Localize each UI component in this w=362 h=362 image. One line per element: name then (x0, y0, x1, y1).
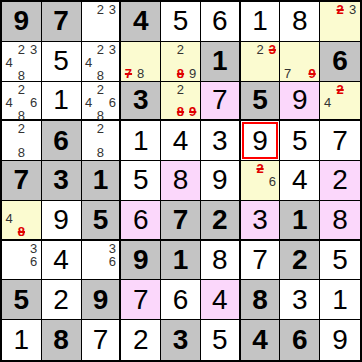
cell-r3c6[interactable]: 7 (201, 82, 241, 122)
candidate: 2 (254, 43, 266, 56)
pencil-marks: 24 (321, 83, 359, 119)
cell-r2c1[interactable]: 2348 (2, 42, 42, 82)
cell-r5c5[interactable]: 8 (161, 161, 201, 201)
cell-r4c2[interactable]: 6 (42, 121, 82, 161)
solved-digit: 2 (133, 326, 149, 354)
given-digit: 5 (14, 286, 30, 314)
cell-r6c9[interactable]: 8 (320, 201, 360, 241)
solved-digit: 8 (173, 166, 189, 194)
cell-r4c5[interactable]: 4 (161, 121, 201, 161)
pencil-marks: 23 (321, 3, 359, 40)
solved-digit: 3 (212, 127, 228, 155)
candidate: 8 (15, 109, 27, 122)
given-digit: 7 (53, 7, 69, 35)
eliminated-candidate: 7 (122, 67, 134, 80)
given-digit: 4 (252, 326, 268, 354)
cell-r1c6[interactable]: 6 (201, 2, 241, 42)
given-digit: 8 (53, 326, 69, 354)
cell-r1c1[interactable]: 9 (2, 2, 42, 42)
solved-digit: 4 (173, 127, 189, 155)
cell-r7c1[interactable]: 36 (2, 241, 42, 281)
cell-r8c9[interactable]: 1 (320, 280, 360, 320)
cell-r8c4[interactable]: 7 (121, 280, 161, 320)
pencil-marks: 23 (242, 43, 279, 80)
candidate: 4 (3, 212, 15, 225)
candidate: 3 (106, 3, 118, 16)
solved-digit: 6 (173, 286, 189, 314)
solved-digit: 2 (332, 166, 348, 194)
cell-r2c6[interactable]: 1 (201, 42, 241, 82)
cell-r5c3[interactable]: 1 (82, 161, 122, 201)
cell-r5c8[interactable]: 4 (280, 161, 320, 201)
cell-r8c6[interactable]: 4 (201, 280, 241, 320)
pencil-marks: 23 (83, 3, 119, 40)
cell-r2c5[interactable]: 289 (161, 42, 201, 82)
cell-r9c4[interactable]: 2 (121, 320, 161, 360)
pencil-marks: 26 (242, 162, 279, 199)
solved-digit: 9 (332, 326, 348, 354)
candidate: 4 (321, 96, 334, 109)
cell-r3c2[interactable]: 1 (42, 82, 82, 122)
solved-digit: 3 (292, 286, 308, 314)
given-digit: 9 (14, 7, 30, 35)
solved-digit: 4 (53, 246, 69, 274)
given-digit: 1 (173, 246, 189, 274)
cell-r6c6[interactable]: 2 (201, 201, 241, 241)
given-digit: 2 (212, 206, 228, 234)
eliminated-candidate: 9 (306, 67, 318, 80)
eliminated-candidate: 8 (174, 105, 186, 118)
candidate: 4 (83, 56, 95, 69)
cell-r6c1[interactable]: 48 (2, 201, 42, 241)
pencil-marks: 2348 (3, 43, 40, 80)
cell-r1c4[interactable]: 4 (121, 2, 161, 42)
cell-r7c5[interactable]: 1 (161, 241, 201, 281)
cell-r7c2[interactable]: 4 (42, 241, 82, 281)
given-digit: 4 (133, 7, 149, 35)
given-digit: 3 (133, 86, 149, 114)
given-digit: 2 (292, 246, 308, 274)
solved-digit: 5 (173, 7, 189, 35)
solved-digit: 9 (212, 166, 228, 194)
cell-r6c3[interactable]: 5 (82, 201, 122, 241)
solved-digit: 8 (212, 246, 228, 274)
candidate: 6 (28, 96, 40, 109)
solved-digit: 9 (292, 86, 308, 114)
solved-digit: 6 (212, 7, 228, 35)
cell-r2c8[interactable]: 79 (280, 42, 320, 82)
candidate: 8 (94, 146, 106, 159)
eliminated-candidate: 2 (334, 3, 347, 16)
cell-r7c4[interactable]: 9 (121, 241, 161, 281)
cell-r7c8[interactable]: 2 (280, 241, 320, 281)
solved-digit: 1 (252, 7, 268, 35)
solved-digit: 5 (332, 246, 348, 274)
solved-digit: 7 (212, 86, 228, 114)
cell-r4c3[interactable]: 28 (82, 121, 122, 161)
cell-r7c3[interactable]: 36 (82, 241, 122, 281)
candidate: 2 (174, 83, 186, 96)
eliminated-candidate: 2 (334, 83, 347, 96)
solved-digit: 8 (332, 206, 348, 234)
cell-r2c7[interactable]: 23 (241, 42, 281, 82)
cell-r5c2[interactable]: 3 (42, 161, 82, 201)
candidate: 3 (106, 43, 118, 56)
solved-digit: 1 (14, 326, 30, 354)
given-digit: 6 (332, 47, 348, 75)
given-digit: 7 (173, 206, 189, 234)
cell-r6c2[interactable]: 9 (42, 201, 82, 241)
eliminated-candidate: 8 (174, 67, 186, 80)
cell-r3c7[interactable]: 5 (241, 82, 281, 122)
given-digit: 3 (53, 166, 69, 194)
cell-r4c1[interactable]: 28 (2, 121, 42, 161)
solved-digit: 7 (252, 246, 268, 274)
cell-r3c5[interactable]: 289 (161, 82, 201, 122)
candidate: 8 (15, 146, 27, 159)
candidate: 2 (94, 122, 106, 135)
given-digit: 5 (252, 86, 268, 114)
eliminated-candidate: 8 (15, 225, 27, 238)
solved-digit: 9 (252, 127, 268, 155)
pencil-marks: 48 (3, 202, 40, 238)
cell-r8c8[interactable]: 3 (280, 280, 320, 320)
solved-digit: 5 (53, 47, 69, 75)
given-digit: 3 (173, 326, 189, 354)
cell-r7c9[interactable]: 5 (320, 241, 360, 281)
solved-digit: 7 (332, 127, 348, 155)
given-digit: 1 (212, 47, 228, 75)
cell-r8c3[interactable]: 9 (82, 280, 122, 320)
candidate: 2 (94, 3, 106, 16)
pencil-marks: 28 (83, 122, 119, 159)
cell-r4c7[interactable]: 9 (241, 121, 281, 161)
solved-digit: 9 (53, 206, 69, 234)
cell-r9c5[interactable]: 3 (161, 320, 201, 360)
cell-r3c4[interactable]: 3 (121, 82, 161, 122)
candidate: 6 (106, 255, 118, 268)
candidate: 8 (15, 69, 27, 82)
solved-digit: 1 (53, 86, 69, 114)
solved-digit: 7 (133, 286, 149, 314)
cell-r9c3[interactable]: 7 (82, 320, 122, 360)
cell-r7c6[interactable]: 8 (201, 241, 241, 281)
cell-r3c9[interactable]: 24 (320, 82, 360, 122)
cell-r8c1[interactable]: 5 (2, 280, 42, 320)
pencil-marks: 79 (281, 43, 318, 80)
given-digit: 6 (292, 326, 308, 354)
solved-digit: 3 (252, 206, 268, 234)
candidate: 6 (106, 96, 118, 109)
eliminated-candidate: 3 (266, 43, 278, 56)
candidate: 4 (83, 96, 95, 109)
cell-r5c7[interactable]: 26 (241, 161, 281, 201)
solved-digit: 8 (292, 7, 308, 35)
candidate: 3 (28, 43, 40, 56)
solved-digit: 1 (332, 286, 348, 314)
given-digit: 1 (292, 206, 308, 234)
cell-r2c2[interactable]: 5 (42, 42, 82, 82)
pencil-marks: 28 (3, 122, 40, 159)
cell-r9c7[interactable]: 4 (241, 320, 281, 360)
cell-r4c8[interactable]: 5 (280, 121, 320, 161)
solved-digit: 4 (212, 286, 228, 314)
cell-r9c9[interactable]: 9 (320, 320, 360, 360)
solved-digit: 2 (53, 286, 69, 314)
cell-r3c1[interactable]: 2468 (2, 82, 42, 122)
solved-digit: 6 (133, 206, 149, 234)
pencil-marks: 78 (122, 43, 159, 80)
candidate: 4 (3, 56, 15, 69)
cell-r6c8[interactable]: 1 (280, 201, 320, 241)
cell-r6c7[interactable]: 3 (241, 201, 281, 241)
solved-digit: 5 (292, 127, 308, 155)
eliminated-candidate: 9 (187, 105, 199, 118)
pencil-marks: 2348 (83, 43, 119, 80)
candidate: 6 (266, 175, 278, 188)
candidate: 6 (28, 255, 40, 268)
pencil-marks: 2468 (83, 83, 119, 119)
cell-r5c4[interactable]: 5 (121, 161, 161, 201)
cell-r5c9[interactable]: 2 (320, 161, 360, 201)
cell-r2c3[interactable]: 2348 (82, 42, 122, 82)
candidate: 8 (135, 67, 147, 80)
cell-r4c9[interactable]: 7 (320, 121, 360, 161)
candidate: 8 (94, 109, 106, 122)
given-digit: 6 (53, 127, 69, 155)
solved-digit: 4 (292, 166, 308, 194)
cell-r9c8[interactable]: 6 (280, 320, 320, 360)
cell-r1c2[interactable]: 7 (42, 2, 82, 42)
cell-r3c8[interactable]: 9 (280, 82, 320, 122)
solved-digit: 1 (133, 127, 149, 155)
pencil-marks: 289 (162, 43, 199, 80)
cell-r3c3[interactable]: 2468 (82, 82, 122, 122)
cell-r8c5[interactable]: 6 (161, 280, 201, 320)
cell-r9c2[interactable]: 8 (42, 320, 82, 360)
given-digit: 9 (93, 286, 109, 314)
candidate: 2 (94, 83, 106, 96)
candidate: 3 (346, 3, 359, 16)
cell-r5c6[interactable]: 9 (201, 161, 241, 201)
candidate: 3 (28, 242, 40, 255)
pencil-marks: 2468 (3, 83, 40, 119)
cell-r9c1[interactable]: 1 (2, 320, 42, 360)
cell-r5c1[interactable]: 7 (2, 161, 42, 201)
candidate: 2 (94, 43, 106, 56)
pencil-marks: 289 (162, 83, 199, 119)
solved-digit: 5 (212, 326, 228, 354)
solved-digit: 5 (133, 166, 149, 194)
sudoku-board: 9723456182323485234878289123796246812468… (0, 0, 362, 362)
candidate: 9 (187, 67, 199, 80)
cell-r8c7[interactable]: 8 (241, 280, 281, 320)
cell-r1c5[interactable]: 5 (161, 2, 201, 42)
cell-r2c9[interactable]: 6 (320, 42, 360, 82)
given-digit: 5 (93, 206, 109, 234)
cell-r4c4[interactable]: 1 (121, 121, 161, 161)
cell-r4c6[interactable]: 3 (201, 121, 241, 161)
pencil-marks: 36 (3, 242, 40, 279)
candidate: 2 (15, 122, 27, 135)
cell-r1c8[interactable]: 8 (280, 2, 320, 42)
candidate: 8 (94, 69, 106, 82)
cell-r9c6[interactable]: 5 (201, 320, 241, 360)
given-digit: 8 (252, 286, 268, 314)
cell-r1c7[interactable]: 1 (241, 2, 281, 42)
candidate: 2 (174, 43, 186, 56)
cell-r1c3[interactable]: 23 (82, 2, 122, 42)
candidate: 4 (3, 96, 15, 109)
candidate: 2 (15, 83, 27, 96)
cell-r8c2[interactable]: 2 (42, 280, 82, 320)
given-digit: 7 (14, 166, 30, 194)
candidate: 7 (281, 67, 293, 80)
solved-digit: 7 (93, 326, 109, 354)
given-digit: 1 (93, 166, 109, 194)
pencil-marks: 36 (83, 242, 119, 279)
candidate: 3 (106, 242, 118, 255)
cell-r1c9[interactable]: 23 (320, 2, 360, 42)
given-digit: 9 (133, 246, 149, 274)
cell-r7c7[interactable]: 7 (241, 241, 281, 281)
eliminated-candidate: 2 (254, 162, 266, 175)
cell-r2c4[interactable]: 78 (121, 42, 161, 82)
cell-r6c4[interactable]: 6 (121, 201, 161, 241)
candidate: 2 (15, 43, 27, 56)
cell-r6c5[interactable]: 7 (161, 201, 201, 241)
